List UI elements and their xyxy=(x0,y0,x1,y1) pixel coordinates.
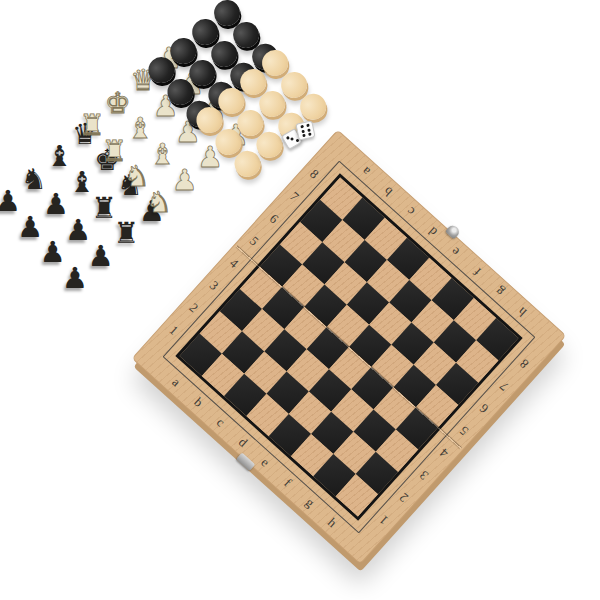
dice-pair xyxy=(283,120,327,162)
die-pip xyxy=(285,136,289,140)
die-pip xyxy=(307,128,311,132)
die-pip xyxy=(300,125,304,129)
die-pip xyxy=(290,137,294,141)
die-2 xyxy=(295,120,315,140)
die-pip xyxy=(302,133,306,137)
die-pip xyxy=(308,132,312,136)
die-pip xyxy=(301,129,305,133)
die-pip xyxy=(306,124,310,128)
product-photo-scene: abcdefgh abcdefgh 87654321 87654321 ♟♞♝♛… xyxy=(0,0,600,600)
